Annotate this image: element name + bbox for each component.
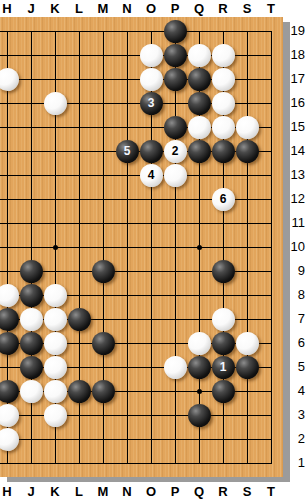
move-number-label: 5 [124,145,131,157]
grid-line-horizontal-11 [0,223,272,224]
column-label-bottom-L: L [68,484,90,499]
grid-line-horizontal-1 [0,463,272,464]
column-label-top-S: S [236,1,258,16]
star-point-Q10 [197,245,202,250]
move-3-stone-O16[interactable]: 3 [140,92,163,115]
stone-S15[interactable] [236,116,259,139]
stone-Q17[interactable] [188,68,211,91]
stone-H4[interactable] [0,380,19,403]
stone-K7[interactable] [44,308,67,331]
column-label-top-P: P [164,1,186,16]
row-label-13: 13 [288,167,305,183]
row-label-10: 10 [288,239,305,255]
column-label-top-Q: Q [188,1,210,16]
move-number-label: 4 [148,169,155,181]
stone-Q15[interactable] [188,116,211,139]
stone-R17[interactable] [212,68,235,91]
column-label-bottom-O: O [140,484,162,499]
column-label-top-J: J [20,1,42,16]
stone-R6[interactable] [212,332,235,355]
column-label-top-L: L [68,1,90,16]
stone-H3[interactable] [0,404,19,427]
column-label-bottom-H: H [0,484,18,499]
stone-Q14[interactable] [188,140,211,163]
stone-H6[interactable] [0,332,19,355]
stone-P15[interactable] [164,116,187,139]
move-1-stone-R5[interactable]: 1 [212,356,235,379]
row-label-16: 16 [288,95,305,111]
row-label-1: 1 [288,455,305,471]
stone-R16[interactable] [212,92,235,115]
move-5-stone-N14[interactable]: 5 [116,140,139,163]
column-label-bottom-J: J [20,484,42,499]
stone-Q6[interactable] [188,332,211,355]
column-label-bottom-P: P [164,484,186,499]
column-label-top-H: H [0,1,18,16]
stone-R18[interactable] [212,44,235,67]
grid-line-horizontal-3 [0,415,272,416]
stone-P19[interactable] [164,20,187,43]
stone-H17[interactable] [0,68,19,91]
move-number-label: 3 [148,97,155,109]
move-4-stone-O13[interactable]: 4 [140,164,163,187]
stone-K16[interactable] [44,92,67,115]
goban[interactable]: 352461 [0,17,283,477]
row-label-15: 15 [288,119,305,135]
column-label-top-T: T [260,1,282,16]
go-diagram: 352461 HHJJKKLLMMNNOOPPQQRRSSTT191817161… [0,0,308,500]
stone-J9[interactable] [20,260,43,283]
row-label-4: 4 [288,383,305,399]
stone-P18[interactable] [164,44,187,67]
grid-line-horizontal-13 [0,175,272,176]
row-label-12: 12 [288,191,305,207]
move-number-label: 2 [172,145,179,157]
column-label-bottom-N: N [116,484,138,499]
column-label-top-K: K [44,1,66,16]
stone-Q3[interactable] [188,404,211,427]
stone-Q18[interactable] [188,44,211,67]
column-label-top-R: R [212,1,234,16]
column-label-top-O: O [140,1,162,16]
star-point-Q4 [197,389,202,394]
stone-R15[interactable] [212,116,235,139]
row-label-6: 6 [288,335,305,351]
grid-line-horizontal-2 [0,439,272,440]
move-number-label: 1 [220,361,227,373]
grid-line-horizontal-10 [0,247,272,248]
stone-S5[interactable] [236,356,259,379]
stone-R9[interactable] [212,260,235,283]
stone-M6[interactable] [92,332,115,355]
stone-S14[interactable] [236,140,259,163]
row-label-7: 7 [288,311,305,327]
stone-J4[interactable] [20,380,43,403]
stone-H8[interactable] [0,284,19,307]
column-label-bottom-R: R [212,484,234,499]
stone-K6[interactable] [44,332,67,355]
stone-K3[interactable] [44,404,67,427]
column-label-top-M: M [92,1,114,16]
row-label-18: 18 [288,47,305,63]
stone-K4[interactable] [44,380,67,403]
row-label-2: 2 [288,431,305,447]
row-label-17: 17 [288,71,305,87]
move-number-label: 6 [220,193,227,205]
stone-J8[interactable] [20,284,43,307]
column-label-bottom-K: K [44,484,66,499]
stone-L7[interactable] [68,308,91,331]
stone-P13[interactable] [164,164,187,187]
stone-O14[interactable] [140,140,163,163]
stone-R4[interactable] [212,380,235,403]
stone-H7[interactable] [0,308,19,331]
row-label-14: 14 [288,143,305,159]
row-label-8: 8 [288,287,305,303]
stone-P17[interactable] [164,68,187,91]
row-label-9: 9 [288,263,305,279]
star-point-K10 [53,245,58,250]
grid-line-horizontal-19 [0,31,272,32]
row-label-3: 3 [288,407,305,423]
column-label-bottom-T: T [260,484,282,499]
column-label-bottom-S: S [236,484,258,499]
stone-M4[interactable] [92,380,115,403]
stone-H2[interactable] [0,428,19,451]
stone-K8[interactable] [44,284,67,307]
column-label-top-N: N [116,1,138,16]
move-2-stone-P14[interactable]: 2 [164,140,187,163]
stone-J5[interactable] [20,356,43,379]
column-label-bottom-Q: Q [188,484,210,499]
stone-K5[interactable] [44,356,67,379]
row-label-5: 5 [288,359,305,375]
row-label-11: 11 [288,215,305,231]
stone-R14[interactable] [212,140,235,163]
stone-P5[interactable] [164,356,187,379]
stone-R7[interactable] [212,308,235,331]
stone-J7[interactable] [20,308,43,331]
stone-J6[interactable] [20,332,43,355]
move-6-stone-R12[interactable]: 6 [212,188,235,211]
stone-S6[interactable] [236,332,259,355]
stone-Q5[interactable] [188,356,211,379]
column-label-bottom-M: M [92,484,114,499]
stone-M9[interactable] [92,260,115,283]
stone-Q16[interactable] [188,92,211,115]
stone-L4[interactable] [68,380,91,403]
row-label-19: 19 [288,23,305,39]
stone-O18[interactable] [140,44,163,67]
stone-O17[interactable] [140,68,163,91]
